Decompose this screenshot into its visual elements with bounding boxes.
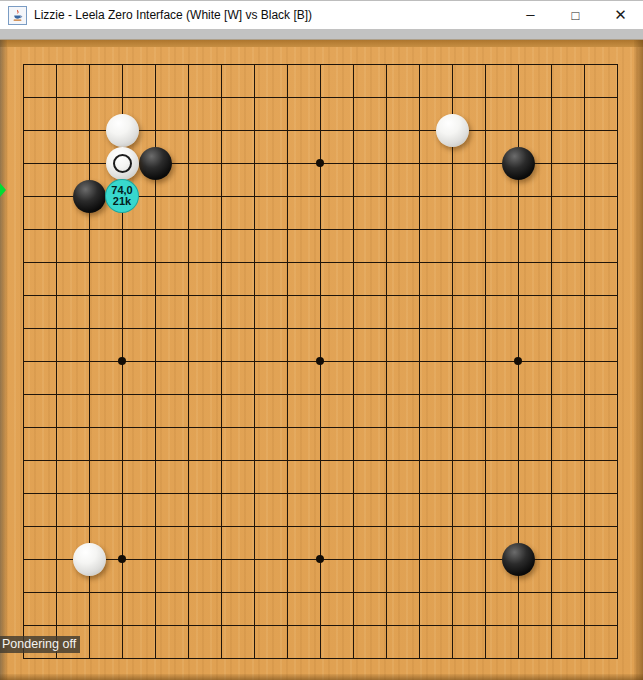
star-point-d10	[118, 357, 126, 365]
stone-white-d17	[106, 114, 139, 147]
stone-black-e16	[139, 147, 172, 180]
stone-black-c15	[73, 180, 106, 213]
stone-white-o17	[436, 114, 469, 147]
star-point-d4	[118, 555, 126, 563]
app-icon-java-coffee-cup[interactable]	[8, 6, 27, 25]
star-point-k4	[316, 555, 324, 563]
window-sub-title-strip	[0, 29, 643, 40]
board-edge-shadow-left	[0, 40, 7, 680]
stone-white-d16	[106, 147, 139, 180]
goban[interactable]: 74,0 21k Pondering off	[0, 40, 643, 680]
pondering-status: Pondering off	[0, 636, 80, 653]
stone-black-q16	[502, 147, 535, 180]
last-move-marker	[113, 154, 132, 173]
stone-black-q4	[502, 543, 535, 576]
board-edge-shadow-right	[634, 40, 643, 680]
board-edge-shadow-bottom	[0, 674, 643, 680]
maximize-button[interactable]: □	[553, 1, 598, 30]
board-edge-shadow-top	[0, 40, 643, 47]
star-point-k16	[316, 159, 324, 167]
java-coffee-cup-icon	[11, 9, 24, 22]
engine-status-indicator	[0, 183, 6, 197]
window-title: Lizzie - Leela Zero Interface (White [W]…	[34, 8, 312, 22]
stone-white-c4	[73, 543, 106, 576]
star-point-k10	[316, 357, 324, 365]
star-point-q10	[514, 357, 522, 365]
close-button[interactable]: ✕	[598, 1, 643, 30]
minimize-button[interactable]: –	[508, 0, 553, 32]
best-move-suggestion[interactable]: 74,0 21k	[105, 179, 139, 213]
title-bar: Lizzie - Leela Zero Interface (White [W]…	[0, 0, 643, 29]
suggestion-visits: 21k	[113, 196, 131, 208]
